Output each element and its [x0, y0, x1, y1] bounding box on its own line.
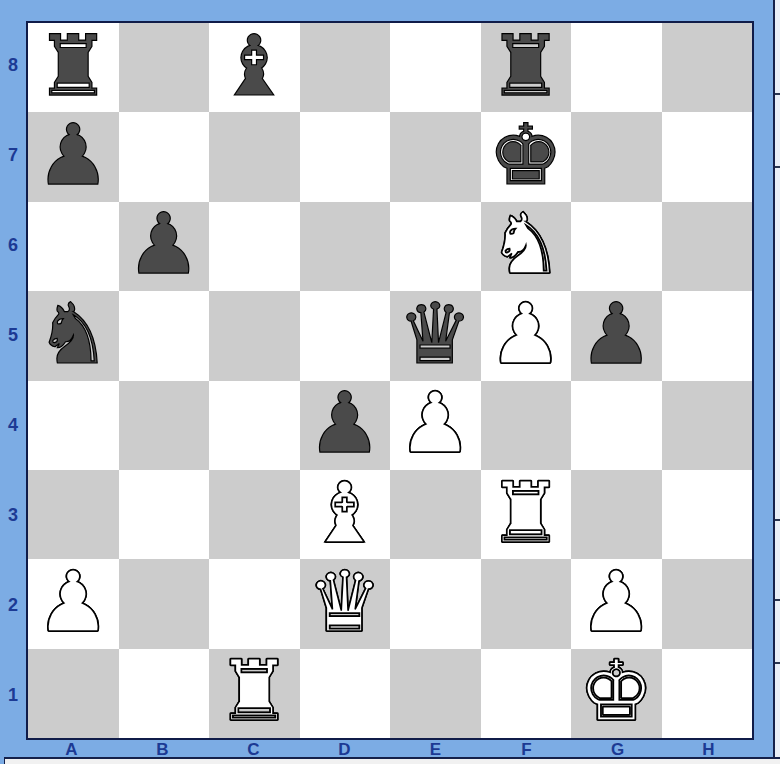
- white-pawn[interactable]: ♟: [579, 560, 654, 644]
- black-pawn[interactable]: ♟: [36, 113, 111, 197]
- rank-label-2: 2: [0, 560, 26, 650]
- square-f8[interactable]: ♜: [481, 23, 572, 112]
- square-g7[interactable]: [571, 112, 662, 201]
- panel-divider-tick: [775, 599, 780, 601]
- square-h8[interactable]: [662, 23, 753, 112]
- square-d4[interactable]: ♟: [300, 381, 391, 470]
- square-f7[interactable]: ♚: [481, 112, 572, 201]
- black-queen[interactable]: ♛: [398, 292, 473, 376]
- square-h3[interactable]: [662, 470, 753, 559]
- square-g6[interactable]: [571, 202, 662, 291]
- square-h2[interactable]: [662, 559, 753, 648]
- black-rook[interactable]: ♜: [36, 24, 111, 108]
- rank-label-6: 6: [0, 201, 26, 291]
- black-king[interactable]: ♚: [488, 113, 563, 197]
- square-b7[interactable]: [119, 112, 210, 201]
- square-c5[interactable]: [209, 291, 300, 380]
- square-b6[interactable]: ♟: [119, 202, 210, 291]
- square-f5[interactable]: ♟: [481, 291, 572, 380]
- square-h7[interactable]: [662, 112, 753, 201]
- black-pawn[interactable]: ♟: [126, 202, 201, 286]
- square-b3[interactable]: [119, 470, 210, 559]
- square-h4[interactable]: [662, 381, 753, 470]
- square-e8[interactable]: [390, 23, 481, 112]
- window-edge-bottom: [4, 757, 780, 764]
- square-g5[interactable]: ♟: [571, 291, 662, 380]
- square-b1[interactable]: [119, 649, 210, 738]
- black-knight[interactable]: ♞: [36, 292, 111, 376]
- square-f4[interactable]: [481, 381, 572, 470]
- square-g4[interactable]: [571, 381, 662, 470]
- square-e4[interactable]: ♟: [390, 381, 481, 470]
- panel-divider-tick: [775, 93, 780, 95]
- square-f6[interactable]: ♞: [481, 202, 572, 291]
- square-d5[interactable]: [300, 291, 391, 380]
- square-b8[interactable]: [119, 23, 210, 112]
- white-king[interactable]: ♚: [579, 649, 654, 733]
- square-b5[interactable]: [119, 291, 210, 380]
- square-e3[interactable]: [390, 470, 481, 559]
- square-g8[interactable]: [571, 23, 662, 112]
- square-a7[interactable]: ♟: [28, 112, 119, 201]
- square-c4[interactable]: [209, 381, 300, 470]
- rank-label-5: 5: [0, 291, 26, 381]
- square-b4[interactable]: [119, 381, 210, 470]
- square-b2[interactable]: [119, 559, 210, 648]
- black-rook[interactable]: ♜: [488, 24, 563, 108]
- rank-label-8: 8: [0, 21, 26, 111]
- white-knight[interactable]: ♞: [488, 202, 563, 286]
- square-e7[interactable]: [390, 112, 481, 201]
- square-f2[interactable]: [481, 559, 572, 648]
- square-g3[interactable]: [571, 470, 662, 559]
- white-pawn[interactable]: ♟: [398, 381, 473, 465]
- rank-labels: 87654321: [0, 21, 26, 740]
- rank-label-3: 3: [0, 470, 26, 560]
- white-pawn[interactable]: ♟: [488, 292, 563, 376]
- window-edge-right: [773, 0, 780, 764]
- square-a3[interactable]: [28, 470, 119, 559]
- square-c6[interactable]: [209, 202, 300, 291]
- rank-label-4: 4: [0, 381, 26, 471]
- square-d8[interactable]: [300, 23, 391, 112]
- panel-divider-tick: [775, 166, 780, 168]
- chess-board[interactable]: ♜♝♜♟♚♟♞♞♛♟♟♟♟♝♜♟♛♟♜♚: [26, 21, 754, 740]
- square-c8[interactable]: ♝: [209, 23, 300, 112]
- square-c3[interactable]: [209, 470, 300, 559]
- square-f1[interactable]: [481, 649, 572, 738]
- square-a4[interactable]: [28, 381, 119, 470]
- square-d6[interactable]: [300, 202, 391, 291]
- white-queen[interactable]: ♛: [307, 560, 382, 644]
- square-g2[interactable]: ♟: [571, 559, 662, 648]
- white-pawn[interactable]: ♟: [36, 560, 111, 644]
- white-rook[interactable]: ♜: [488, 471, 563, 555]
- square-e6[interactable]: [390, 202, 481, 291]
- white-bishop[interactable]: ♝: [307, 471, 382, 555]
- panel-divider-tick: [775, 519, 780, 521]
- square-e5[interactable]: ♛: [390, 291, 481, 380]
- square-a5[interactable]: ♞: [28, 291, 119, 380]
- square-f3[interactable]: ♜: [481, 470, 572, 559]
- panel-divider-tick: [775, 662, 780, 664]
- square-h5[interactable]: [662, 291, 753, 380]
- square-a1[interactable]: [28, 649, 119, 738]
- file-labels: ABCDEFGH: [26, 740, 754, 757]
- square-g1[interactable]: ♚: [571, 649, 662, 738]
- black-bishop[interactable]: ♝: [217, 24, 292, 108]
- square-e2[interactable]: [390, 559, 481, 648]
- square-h1[interactable]: [662, 649, 753, 738]
- black-pawn[interactable]: ♟: [307, 381, 382, 465]
- square-c2[interactable]: [209, 559, 300, 648]
- square-a8[interactable]: ♜: [28, 23, 119, 112]
- square-d7[interactable]: [300, 112, 391, 201]
- rank-label-1: 1: [0, 650, 26, 740]
- square-d2[interactable]: ♛: [300, 559, 391, 648]
- square-e1[interactable]: [390, 649, 481, 738]
- black-pawn[interactable]: ♟: [579, 292, 654, 376]
- square-d3[interactable]: ♝: [300, 470, 391, 559]
- square-c1[interactable]: ♜: [209, 649, 300, 738]
- square-d1[interactable]: [300, 649, 391, 738]
- square-a6[interactable]: [28, 202, 119, 291]
- square-h6[interactable]: [662, 202, 753, 291]
- square-a2[interactable]: ♟: [28, 559, 119, 648]
- white-rook[interactable]: ♜: [217, 649, 292, 733]
- rank-label-7: 7: [0, 111, 26, 201]
- square-c7[interactable]: [209, 112, 300, 201]
